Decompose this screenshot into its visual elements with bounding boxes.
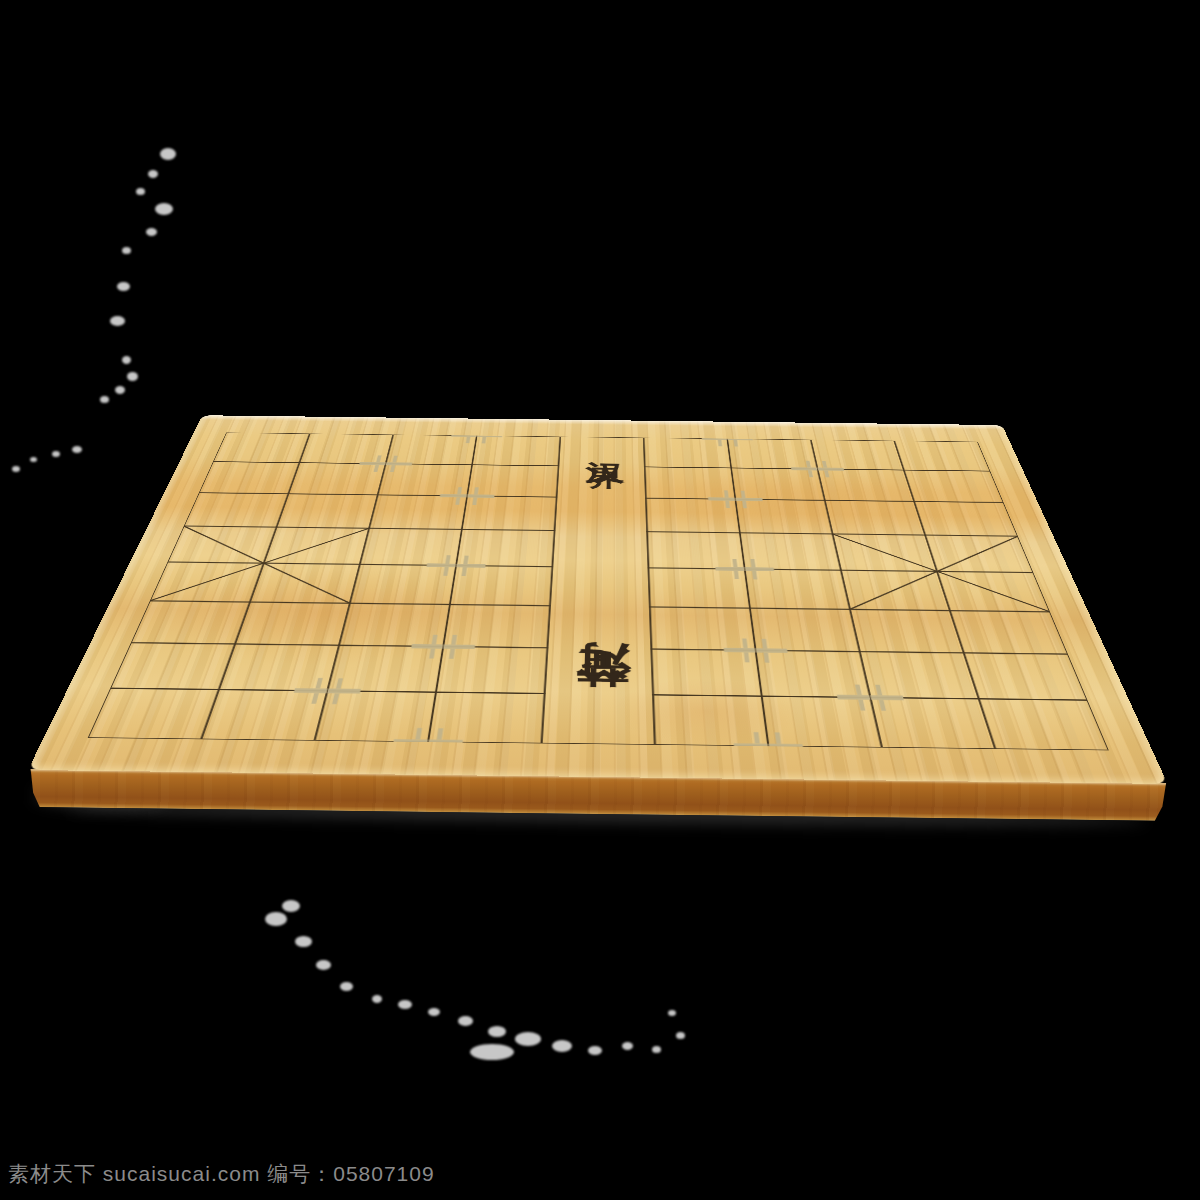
river-label-chu-he: 楚河 [564,580,641,721]
page: { "game": "xiangqi", "board": { "type": … [0,0,1200,1200]
watermark-text: 素材天下 sucaisucai.com 编号：05807109 [8,1160,435,1188]
river-label-han-jie: 汉界 [577,445,633,534]
board-scene: 汉界 楚河 [0,0,1200,1200]
xiangqi-board: 汉界 楚河 [28,415,1168,784]
